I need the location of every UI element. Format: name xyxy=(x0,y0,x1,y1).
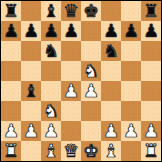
piece-black-bishop[interactable]: ♝ xyxy=(43,1,59,21)
square-f4[interactable] xyxy=(101,81,121,101)
square-e7[interactable] xyxy=(81,21,101,41)
piece-black-pawn[interactable]: ♟ xyxy=(103,21,119,41)
square-b2[interactable]: ♟ xyxy=(21,121,41,141)
square-c3[interactable]: ♞ xyxy=(41,101,61,121)
piece-black-pawn[interactable]: ♟ xyxy=(23,21,39,41)
square-a7[interactable]: ♟ xyxy=(1,21,21,41)
square-a6[interactable] xyxy=(1,41,21,61)
square-e8[interactable]: ♚ xyxy=(81,1,101,21)
square-c7[interactable]: ♟ xyxy=(41,21,61,41)
square-b6[interactable] xyxy=(21,41,41,61)
square-d5[interactable] xyxy=(61,61,81,81)
piece-white-pawn[interactable]: ♟ xyxy=(43,121,59,141)
square-g4[interactable] xyxy=(121,81,141,101)
square-h7[interactable]: ♟ xyxy=(141,21,161,41)
square-f8[interactable] xyxy=(101,1,121,21)
square-d3[interactable] xyxy=(61,101,81,121)
piece-black-pawn[interactable]: ♟ xyxy=(43,21,59,41)
piece-white-pawn[interactable]: ♟ xyxy=(23,121,39,141)
square-f5[interactable] xyxy=(101,61,121,81)
square-b8[interactable] xyxy=(21,1,41,21)
piece-white-knight[interactable]: ♞ xyxy=(43,101,59,121)
piece-white-bishop[interactable]: ♝ xyxy=(43,141,59,161)
square-d7[interactable]: ♟ xyxy=(61,21,81,41)
piece-black-king[interactable]: ♚ xyxy=(83,1,99,21)
square-h8[interactable]: ♜ xyxy=(141,1,161,21)
square-f6[interactable]: ♞ xyxy=(101,41,121,61)
square-c1[interactable]: ♝ xyxy=(41,141,61,161)
square-a4[interactable] xyxy=(1,81,21,101)
square-c5[interactable] xyxy=(41,61,61,81)
square-g1[interactable] xyxy=(121,141,141,161)
piece-white-pawn[interactable]: ♟ xyxy=(143,121,159,141)
piece-white-pawn[interactable]: ♟ xyxy=(103,121,119,141)
square-g3[interactable] xyxy=(121,101,141,121)
square-h2[interactable]: ♟ xyxy=(141,121,161,141)
piece-white-bishop[interactable]: ♝ xyxy=(103,141,119,161)
piece-black-rook[interactable]: ♜ xyxy=(143,1,159,21)
piece-black-knight[interactable]: ♞ xyxy=(43,41,59,61)
square-e1[interactable]: ♚ xyxy=(81,141,101,161)
piece-black-bishop[interactable]: ♝ xyxy=(23,81,39,101)
square-e3[interactable] xyxy=(81,101,101,121)
piece-black-knight[interactable]: ♞ xyxy=(103,41,119,61)
square-h5[interactable] xyxy=(141,61,161,81)
piece-black-queen[interactable]: ♛ xyxy=(63,1,79,21)
square-h3[interactable] xyxy=(141,101,161,121)
square-a3[interactable] xyxy=(1,101,21,121)
piece-white-knight[interactable]: ♞ xyxy=(83,61,99,81)
piece-black-pawn[interactable]: ♟ xyxy=(123,21,139,41)
square-e5[interactable]: ♞ xyxy=(81,61,101,81)
square-e4[interactable]: ♟ xyxy=(81,81,101,101)
square-f1[interactable]: ♝ xyxy=(101,141,121,161)
square-e6[interactable] xyxy=(81,41,101,61)
piece-white-pawn[interactable]: ♟ xyxy=(3,121,19,141)
piece-black-pawn[interactable]: ♟ xyxy=(63,21,79,41)
square-g2[interactable]: ♟ xyxy=(121,121,141,141)
square-d4[interactable]: ♟ xyxy=(61,81,81,101)
square-g5[interactable] xyxy=(121,61,141,81)
square-a2[interactable]: ♟ xyxy=(1,121,21,141)
square-c4[interactable] xyxy=(41,81,61,101)
square-b4[interactable]: ♝ xyxy=(21,81,41,101)
piece-white-pawn[interactable]: ♟ xyxy=(123,121,139,141)
square-g7[interactable]: ♟ xyxy=(121,21,141,41)
piece-white-king[interactable]: ♚ xyxy=(83,141,99,161)
square-d2[interactable] xyxy=(61,121,81,141)
square-f3[interactable] xyxy=(101,101,121,121)
piece-white-pawn[interactable]: ♟ xyxy=(83,81,99,101)
piece-white-queen[interactable]: ♛ xyxy=(63,141,79,161)
square-d1[interactable]: ♛ xyxy=(61,141,81,161)
piece-white-rook[interactable]: ♜ xyxy=(143,141,159,161)
square-c2[interactable]: ♟ xyxy=(41,121,61,141)
square-b3[interactable] xyxy=(21,101,41,121)
piece-black-rook[interactable]: ♜ xyxy=(3,1,19,21)
square-c6[interactable]: ♞ xyxy=(41,41,61,61)
square-h6[interactable] xyxy=(141,41,161,61)
square-f7[interactable]: ♟ xyxy=(101,21,121,41)
square-b5[interactable] xyxy=(21,61,41,81)
piece-white-pawn[interactable]: ♟ xyxy=(63,81,79,101)
square-g6[interactable] xyxy=(121,41,141,61)
square-c8[interactable]: ♝ xyxy=(41,1,61,21)
square-g8[interactable] xyxy=(121,1,141,21)
square-b7[interactable]: ♟ xyxy=(21,21,41,41)
square-d6[interactable] xyxy=(61,41,81,61)
square-e2[interactable] xyxy=(81,121,101,141)
square-h1[interactable]: ♜ xyxy=(141,141,161,161)
piece-black-pawn[interactable]: ♟ xyxy=(143,21,159,41)
square-f2[interactable]: ♟ xyxy=(101,121,121,141)
piece-white-rook[interactable]: ♜ xyxy=(3,141,19,161)
chess-board: ♜♝♛♚♜♟♟♟♟♟♟♟♞♞♞♝♟♟♞♟♟♟♟♟♟♜♝♛♚♝♜ xyxy=(0,0,162,162)
piece-black-pawn[interactable]: ♟ xyxy=(3,21,19,41)
square-a8[interactable]: ♜ xyxy=(1,1,21,21)
square-a5[interactable] xyxy=(1,61,21,81)
square-a1[interactable]: ♜ xyxy=(1,141,21,161)
square-d8[interactable]: ♛ xyxy=(61,1,81,21)
square-h4[interactable] xyxy=(141,81,161,101)
square-b1[interactable] xyxy=(21,141,41,161)
